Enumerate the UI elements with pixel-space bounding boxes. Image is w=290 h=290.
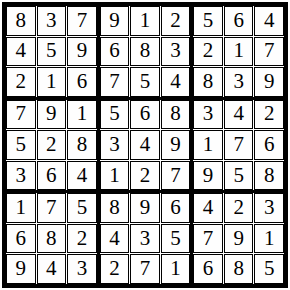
cell-digit: 4	[170, 71, 181, 93]
cell-digit: 3	[170, 40, 181, 62]
sudoku-cell-r2c1[interactable]: 4	[6, 37, 36, 67]
sudoku-cell-r9c2[interactable]: 4	[37, 254, 67, 284]
sudoku-cell-r1c1[interactable]: 8	[6, 6, 36, 36]
sudoku-cell-r1c8[interactable]: 6	[224, 6, 254, 36]
cell-digit: 7	[203, 228, 214, 250]
cell-digit: 4	[77, 165, 88, 187]
sudoku-cell-r6c5[interactable]: 2	[130, 161, 160, 191]
sudoku-cell-r2c3[interactable]: 9	[67, 37, 97, 67]
cell-digit: 3	[46, 10, 57, 32]
sudoku-cell-r8c5[interactable]: 3	[130, 224, 160, 254]
cell-digit: 5	[203, 10, 214, 32]
cell-digit: 8	[46, 228, 57, 250]
sudoku-cell-r8c9[interactable]: 1	[254, 224, 284, 254]
sudoku-box-1-3: 564217839	[193, 6, 284, 97]
cell-digit: 2	[203, 40, 214, 62]
cell-digit: 9	[140, 197, 151, 219]
sudoku-box-2-3: 342176958	[193, 100, 284, 191]
cell-digit: 2	[109, 258, 120, 280]
cell-digit: 6	[16, 228, 27, 250]
sudoku-cell-r6c2[interactable]: 6	[37, 161, 67, 191]
cell-digit: 9	[203, 165, 214, 187]
sudoku-cell-r5c6[interactable]: 9	[161, 130, 191, 160]
sudoku-cell-r3c2[interactable]: 1	[37, 67, 67, 97]
cell-digit: 9	[264, 71, 275, 93]
sudoku-cell-r5c3[interactable]: 8	[67, 130, 97, 160]
cell-digit: 8	[170, 103, 181, 125]
sudoku-cell-r3c4[interactable]: 7	[100, 67, 130, 97]
sudoku-cell-r2c5[interactable]: 8	[130, 37, 160, 67]
sudoku-cell-r6c9[interactable]: 8	[254, 161, 284, 191]
sudoku-cell-r2c4[interactable]: 6	[100, 37, 130, 67]
cell-digit: 9	[16, 258, 27, 280]
sudoku-cell-r4c3[interactable]: 1	[67, 100, 97, 130]
cell-digit: 8	[77, 134, 88, 156]
cell-digit: 4	[109, 228, 120, 250]
sudoku-cell-r9c6[interactable]: 1	[161, 254, 191, 284]
cell-digit: 5	[109, 103, 120, 125]
sudoku-cell-r8c1[interactable]: 6	[6, 224, 36, 254]
sudoku-cell-r8c7[interactable]: 7	[193, 224, 223, 254]
sudoku-cell-r6c8[interactable]: 5	[224, 161, 254, 191]
sudoku-cell-r9c1[interactable]: 9	[6, 254, 36, 284]
sudoku-cell-r1c2[interactable]: 3	[37, 6, 67, 36]
sudoku-cell-r2c9[interactable]: 7	[254, 37, 284, 67]
cell-digit: 1	[203, 134, 214, 156]
sudoku-cell-r9c7[interactable]: 6	[193, 254, 223, 284]
sudoku-cell-r7c7[interactable]: 4	[193, 193, 223, 223]
cell-digit: 1	[16, 197, 27, 219]
cell-digit: 3	[264, 197, 275, 219]
cell-digit: 1	[233, 40, 244, 62]
sudoku-box-3-3: 423791685	[193, 193, 284, 284]
cell-digit: 2	[16, 71, 27, 93]
cell-digit: 7	[264, 40, 275, 62]
cell-digit: 1	[140, 10, 151, 32]
sudoku-cell-r5c7[interactable]: 1	[193, 130, 223, 160]
cell-digit: 3	[233, 71, 244, 93]
sudoku-cell-r1c6[interactable]: 2	[161, 6, 191, 36]
sudoku-cell-r8c3[interactable]: 2	[67, 224, 97, 254]
sudoku-cell-r4c5[interactable]: 6	[130, 100, 160, 130]
cell-digit: 9	[233, 228, 244, 250]
cell-digit: 2	[264, 103, 275, 125]
sudoku-cell-r3c1[interactable]: 2	[6, 67, 36, 97]
cell-digit: 6	[109, 40, 120, 62]
sudoku-cell-r7c2[interactable]: 7	[37, 193, 67, 223]
cell-digit: 8	[16, 10, 27, 32]
cell-digit: 6	[233, 10, 244, 32]
sudoku-cell-r4c6[interactable]: 8	[161, 100, 191, 130]
cell-digit: 8	[233, 258, 244, 280]
cell-digit: 7	[16, 103, 27, 125]
sudoku-box-2-2: 568349127	[100, 100, 191, 191]
sudoku-cell-r9c3[interactable]: 3	[67, 254, 97, 284]
sudoku-cell-r5c1[interactable]: 5	[6, 130, 36, 160]
cell-digit: 1	[170, 258, 181, 280]
cell-digit: 3	[140, 228, 151, 250]
cell-digit: 5	[46, 40, 57, 62]
sudoku-cell-r5c2[interactable]: 2	[37, 130, 67, 160]
sudoku-cell-r7c9[interactable]: 3	[254, 193, 284, 223]
cell-digit: 2	[170, 10, 181, 32]
sudoku-cell-r6c6[interactable]: 7	[161, 161, 191, 191]
sudoku-box-1-2: 912683754	[100, 6, 191, 97]
sudoku-cell-r7c5[interactable]: 9	[130, 193, 160, 223]
sudoku-box-2-1: 791528364	[6, 100, 97, 191]
sudoku-cell-r4c4[interactable]: 5	[100, 100, 130, 130]
sudoku-cell-r4c8[interactable]: 4	[224, 100, 254, 130]
cell-digit: 7	[109, 71, 120, 93]
cell-digit: 6	[170, 197, 181, 219]
cell-digit: 4	[46, 258, 57, 280]
sudoku-cell-r6c7[interactable]: 9	[193, 161, 223, 191]
cell-digit: 7	[77, 10, 88, 32]
sudoku-cell-r3c7[interactable]: 8	[193, 67, 223, 97]
sudoku-cell-r7c8[interactable]: 2	[224, 193, 254, 223]
sudoku-box-3-1: 175682943	[6, 193, 97, 284]
sudoku-cell-r8c6[interactable]: 5	[161, 224, 191, 254]
cell-digit: 3	[203, 103, 214, 125]
sudoku-cell-r7c4[interactable]: 8	[100, 193, 130, 223]
sudoku-cell-r8c4[interactable]: 4	[100, 224, 130, 254]
sudoku-cell-r2c8[interactable]: 1	[224, 37, 254, 67]
sudoku-cell-r1c9[interactable]: 4	[254, 6, 284, 36]
sudoku-cell-r3c6[interactable]: 4	[161, 67, 191, 97]
cell-digit: 7	[46, 197, 57, 219]
cell-digit: 1	[264, 228, 275, 250]
sudoku-cell-r9c5[interactable]: 7	[130, 254, 160, 284]
cell-digit: 4	[140, 134, 151, 156]
sudoku-cell-r3c3[interactable]: 6	[67, 67, 97, 97]
cell-digit: 5	[140, 71, 151, 93]
cell-digit: 5	[264, 258, 275, 280]
cell-digit: 6	[140, 103, 151, 125]
cell-digit: 9	[46, 103, 57, 125]
cell-digit: 5	[77, 197, 88, 219]
cell-digit: 3	[109, 134, 120, 156]
cell-digit: 5	[170, 228, 181, 250]
cell-digit: 2	[140, 165, 151, 187]
cell-digit: 4	[264, 10, 275, 32]
sudoku-cell-r5c4[interactable]: 3	[100, 130, 130, 160]
sudoku-cell-r1c5[interactable]: 1	[130, 6, 160, 36]
cell-digit: 1	[109, 165, 120, 187]
sudoku-cell-r5c8[interactable]: 7	[224, 130, 254, 160]
cell-digit: 6	[77, 71, 88, 93]
sudoku-cell-r3c9[interactable]: 9	[254, 67, 284, 97]
sudoku-cell-r4c2[interactable]: 9	[37, 100, 67, 130]
sudoku-cell-r4c7[interactable]: 3	[193, 100, 223, 130]
sudoku-box-1-1: 837459216	[6, 6, 97, 97]
cell-digit: 9	[109, 10, 120, 32]
cell-digit: 4	[203, 197, 214, 219]
cell-digit: 7	[170, 165, 181, 187]
sudoku-cell-r7c1[interactable]: 1	[6, 193, 36, 223]
sudoku-cell-r4c1[interactable]: 7	[6, 100, 36, 130]
sudoku-cell-r8c8[interactable]: 9	[224, 224, 254, 254]
cell-digit: 1	[77, 103, 88, 125]
cell-digit: 7	[140, 258, 151, 280]
sudoku-cell-r2c2[interactable]: 5	[37, 37, 67, 67]
sudoku-cell-r1c3[interactable]: 7	[67, 6, 97, 36]
sudoku-grid: 8374592169126837545642178397915283645683…	[2, 2, 288, 288]
sudoku-cell-r6c4[interactable]: 1	[100, 161, 130, 191]
cell-digit: 4	[233, 103, 244, 125]
cell-digit: 5	[233, 165, 244, 187]
sudoku-cell-r7c6[interactable]: 6	[161, 193, 191, 223]
cell-digit: 6	[264, 134, 275, 156]
cell-digit: 8	[264, 165, 275, 187]
sudoku-cell-r1c7[interactable]: 5	[193, 6, 223, 36]
sudoku-cell-r8c2[interactable]: 8	[37, 224, 67, 254]
sudoku-cell-r2c7[interactable]: 2	[193, 37, 223, 67]
cell-digit: 7	[233, 134, 244, 156]
cell-digit: 2	[46, 134, 57, 156]
cell-digit: 5	[16, 134, 27, 156]
cell-digit: 2	[233, 197, 244, 219]
sudoku-cell-r1c4[interactable]: 9	[100, 6, 130, 36]
sudoku-cell-r4c9[interactable]: 2	[254, 100, 284, 130]
cell-digit: 4	[16, 40, 27, 62]
cell-digit: 9	[77, 40, 88, 62]
sudoku-cell-r9c8[interactable]: 8	[224, 254, 254, 284]
sudoku-cell-r5c5[interactable]: 4	[130, 130, 160, 160]
cell-digit: 1	[46, 71, 57, 93]
sudoku-cell-r6c3[interactable]: 4	[67, 161, 97, 191]
sudoku-cell-r3c5[interactable]: 5	[130, 67, 160, 97]
sudoku-cell-r7c3[interactable]: 5	[67, 193, 97, 223]
cell-digit: 9	[170, 134, 181, 156]
sudoku-cell-r5c9[interactable]: 6	[254, 130, 284, 160]
sudoku-cell-r2c6[interactable]: 3	[161, 37, 191, 67]
cell-digit: 8	[109, 197, 120, 219]
cell-digit: 3	[77, 258, 88, 280]
sudoku-cell-r6c1[interactable]: 3	[6, 161, 36, 191]
sudoku-board: 8374592169126837545642178397915283645683…	[0, 0, 290, 290]
sudoku-cell-r3c8[interactable]: 3	[224, 67, 254, 97]
cell-digit: 6	[46, 165, 57, 187]
cell-digit: 8	[203, 71, 214, 93]
cell-digit: 3	[16, 165, 27, 187]
cell-digit: 2	[77, 228, 88, 250]
sudoku-cell-r9c4[interactable]: 2	[100, 254, 130, 284]
cell-digit: 8	[140, 40, 151, 62]
sudoku-box-3-2: 896435271	[100, 193, 191, 284]
sudoku-cell-r9c9[interactable]: 5	[254, 254, 284, 284]
cell-digit: 6	[203, 258, 214, 280]
